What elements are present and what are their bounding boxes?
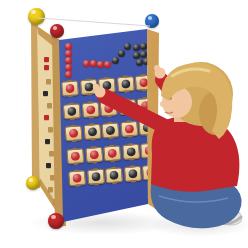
child [0,0,248,248]
gripping-fingers [154,65,160,71]
child-figure [38,18,244,228]
nose [160,101,166,107]
reaching-fingers [93,84,99,90]
scene [0,0,248,248]
wire [38,18,150,26]
